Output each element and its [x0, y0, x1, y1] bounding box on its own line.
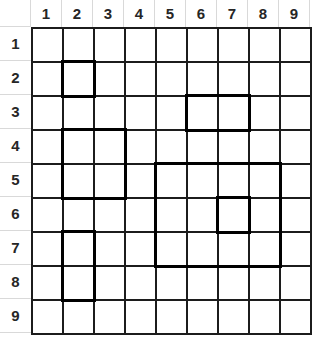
cell-r8c6[interactable] — [188, 267, 217, 299]
cell-r8c7[interactable] — [219, 267, 248, 299]
spreadsheet-board: 123456789 123456789 — [0, 0, 320, 340]
cell-r8c1[interactable] — [33, 267, 62, 299]
row-header-6[interactable]: 6 — [0, 197, 31, 231]
cell-r7c4[interactable] — [126, 233, 155, 265]
rectangle-r3c6[interactable] — [185, 94, 251, 132]
cell-r4c6[interactable] — [188, 131, 217, 163]
row-header-4[interactable]: 4 — [0, 129, 31, 163]
cell-r3c5[interactable] — [157, 97, 186, 129]
cell-r9c8[interactable] — [250, 301, 279, 333]
row-header-3[interactable]: 3 — [0, 95, 31, 129]
cell-r1c3[interactable] — [95, 29, 124, 61]
cell-r5c9[interactable] — [281, 165, 310, 197]
cell-r6c9[interactable] — [281, 199, 310, 231]
cell-r7c9[interactable] — [281, 233, 310, 265]
col-header-9[interactable]: 9 — [279, 0, 310, 27]
cell-r4c8[interactable] — [250, 131, 279, 163]
cell-r1c4[interactable] — [126, 29, 155, 61]
cell-r3c4[interactable] — [126, 97, 155, 129]
cell-r2c8[interactable] — [250, 63, 279, 95]
cell-r2c1[interactable] — [33, 63, 62, 95]
col-header-1[interactable]: 1 — [31, 0, 62, 27]
cell-r9c4[interactable] — [126, 301, 155, 333]
rectangle-r7c2[interactable] — [61, 230, 96, 302]
cell-r9c9[interactable] — [281, 301, 310, 333]
puzzle-grid — [31, 27, 312, 335]
row-header-9[interactable]: 9 — [0, 299, 31, 333]
col-header-5[interactable]: 5 — [155, 0, 186, 27]
cell-r8c5[interactable] — [157, 267, 186, 299]
col-header-4[interactable]: 4 — [124, 0, 155, 27]
cell-r9c5[interactable] — [157, 301, 186, 333]
cell-r2c4[interactable] — [126, 63, 155, 95]
cell-r4c5[interactable] — [157, 131, 186, 163]
cell-r3c8[interactable] — [250, 97, 279, 129]
row-header-7[interactable]: 7 — [0, 231, 31, 265]
cell-r9c1[interactable] — [33, 301, 62, 333]
cell-r5c1[interactable] — [33, 165, 62, 197]
rectangle-r2c2[interactable] — [61, 60, 96, 98]
rectangle-r4c2[interactable] — [61, 128, 127, 200]
col-header-7[interactable]: 7 — [217, 0, 248, 27]
cell-r6c2[interactable] — [64, 199, 93, 231]
cell-r2c7[interactable] — [219, 63, 248, 95]
cell-r4c9[interactable] — [281, 131, 310, 163]
cell-r4c1[interactable] — [33, 131, 62, 163]
cell-r9c2[interactable] — [64, 301, 93, 333]
col-header-3[interactable]: 3 — [93, 0, 124, 27]
cell-r2c9[interactable] — [281, 63, 310, 95]
cell-r9c7[interactable] — [219, 301, 248, 333]
cell-r7c3[interactable] — [95, 233, 124, 265]
cell-r1c9[interactable] — [281, 29, 310, 61]
cell-r1c6[interactable] — [188, 29, 217, 61]
col-header-6[interactable]: 6 — [186, 0, 217, 27]
cell-r1c5[interactable] — [157, 29, 186, 61]
cell-r3c9[interactable] — [281, 97, 310, 129]
cell-r3c3[interactable] — [95, 97, 124, 129]
cell-r1c2[interactable] — [64, 29, 93, 61]
row-header-2[interactable]: 2 — [0, 61, 31, 95]
row-header-1[interactable]: 1 — [0, 27, 31, 61]
cell-r7c1[interactable] — [33, 233, 62, 265]
cell-r6c1[interactable] — [33, 199, 62, 231]
header-corner-cell[interactable] — [0, 0, 31, 27]
cell-r2c6[interactable] — [188, 63, 217, 95]
cell-r9c6[interactable] — [188, 301, 217, 333]
row-header-8[interactable]: 8 — [0, 265, 31, 299]
cell-r3c2[interactable] — [64, 97, 93, 129]
rectangle-r6c7[interactable] — [216, 196, 251, 234]
col-header-2[interactable]: 2 — [62, 0, 93, 27]
cell-r3c1[interactable] — [33, 97, 62, 129]
cell-r1c7[interactable] — [219, 29, 248, 61]
cell-r8c3[interactable] — [95, 267, 124, 299]
cell-r6c4[interactable] — [126, 199, 155, 231]
cell-r5c4[interactable] — [126, 165, 155, 197]
cell-r8c9[interactable] — [281, 267, 310, 299]
col-header-8[interactable]: 8 — [248, 0, 279, 27]
cell-r1c1[interactable] — [33, 29, 62, 61]
cell-r2c3[interactable] — [95, 63, 124, 95]
cell-r2c5[interactable] — [157, 63, 186, 95]
cell-r6c3[interactable] — [95, 199, 124, 231]
cell-r4c4[interactable] — [126, 131, 155, 163]
cell-r1c8[interactable] — [250, 29, 279, 61]
cell-r9c3[interactable] — [95, 301, 124, 333]
cell-r4c7[interactable] — [219, 131, 248, 163]
cell-r8c8[interactable] — [250, 267, 279, 299]
row-header-5[interactable]: 5 — [0, 163, 31, 197]
cell-r8c4[interactable] — [126, 267, 155, 299]
